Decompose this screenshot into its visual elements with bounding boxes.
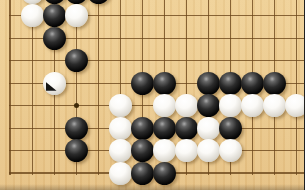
stone-black-col7-row5 [131,72,154,95]
stone-black-col8-row3 [153,117,176,140]
go-app-screen [0,0,304,190]
stone-white-col10-row3 [197,117,220,140]
stone-white-col9-row4 [175,94,198,117]
stone-white-col3-row5 [43,72,66,95]
stone-black-col8-row5 [153,72,176,95]
stone-white-col6-row4 [109,94,132,117]
star-point-hoshi [74,103,79,108]
stone-black-col4-row2 [65,139,88,162]
stone-black-col4-row3 [65,117,88,140]
last-move-triangle-marker [46,82,57,91]
stone-white-col6-row2 [109,139,132,162]
stone-white-col9-row2 [175,139,198,162]
stone-black-col3-row8 [43,4,66,27]
board-left-edge-line [9,0,11,175]
stone-black-col12-row5 [241,72,264,95]
stone-black-col3-row7 [43,27,66,50]
stone-white-col12-row4 [241,94,264,117]
stone-black-col4-row6 [65,49,88,72]
stone-white-col4-row8 [65,4,88,27]
stone-black-col11-row5 [219,72,242,95]
stone-white-col11-row4 [219,94,242,117]
stone-white-col14-row4 [285,94,305,117]
grid-vertical-line [98,0,99,175]
stone-white-col8-row4 [153,94,176,117]
stone-white-col11-row2 [219,139,242,162]
go-board[interactable] [0,0,304,190]
stone-black-col10-row4 [197,94,220,117]
stone-white-col2-row8 [21,4,44,27]
stone-black-col11-row3 [219,117,242,140]
stone-white-col6-row3 [109,117,132,140]
grid-vertical-line [296,0,297,175]
stone-black-col9-row3 [175,117,198,140]
stone-black-col7-row2 [131,139,154,162]
stone-white-col6-row1 [109,162,132,185]
stone-black-col5-row9 [87,0,110,4]
stone-white-col10-row2 [197,139,220,162]
stone-black-col7-row1 [131,162,154,185]
stone-black-col13-row5 [263,72,286,95]
grid-horizontal-line [9,60,304,61]
stone-black-col8-row1 [153,162,176,185]
stone-white-col8-row2 [153,139,176,162]
board-bottom-shadow [0,184,304,190]
stone-black-col10-row5 [197,72,220,95]
stone-black-col7-row3 [131,117,154,140]
stone-white-col13-row4 [263,94,286,117]
